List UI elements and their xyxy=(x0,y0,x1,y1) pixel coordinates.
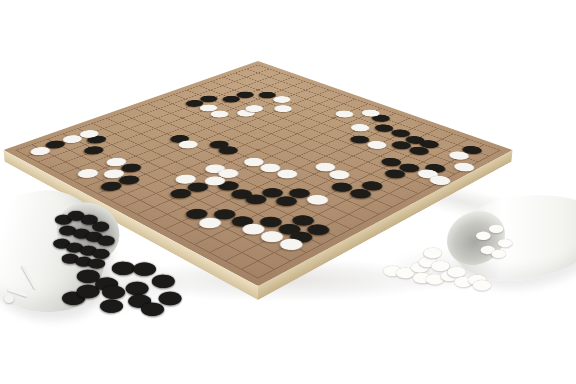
star-point xyxy=(255,227,262,230)
black-stone: ● xyxy=(304,221,335,236)
white-stone: ● xyxy=(258,228,289,243)
black-stone: ● xyxy=(407,145,434,156)
white-stone: ● xyxy=(327,168,355,180)
white-stone: ● xyxy=(105,155,132,167)
black-stone: ● xyxy=(383,167,411,179)
white-stone: ● xyxy=(274,167,302,179)
white-stone: ● xyxy=(216,167,244,179)
white-stone: ● xyxy=(202,174,230,187)
star-point xyxy=(341,185,347,188)
black-stone: ● xyxy=(119,161,147,173)
white-stone: ● xyxy=(415,167,443,179)
black-stone: ● xyxy=(99,179,128,192)
black-stone: ● xyxy=(257,214,288,229)
black-stone: ● xyxy=(243,192,272,206)
black-stone: ● xyxy=(259,186,288,199)
spilled-black-stone: ● xyxy=(157,288,183,305)
black-stone: ● xyxy=(183,206,213,220)
black-stone: ● xyxy=(289,213,320,228)
black-stone: ● xyxy=(287,228,318,243)
black-stone: ● xyxy=(275,221,306,236)
white-stone: ● xyxy=(173,172,201,185)
white-stone: ● xyxy=(277,236,309,252)
go-set-product-photo: ●●●●●●●●●●●●●●●●●●●●●●●●●●●●●●●●●●●●●●●●… xyxy=(0,0,576,384)
white-stone-in-bag: ● xyxy=(487,222,506,234)
black-stone: ● xyxy=(211,206,241,220)
black-stone: ● xyxy=(185,180,214,193)
white-stone: ● xyxy=(197,215,228,230)
black-stone: ● xyxy=(329,180,358,193)
black-stone: ● xyxy=(359,179,388,192)
white-stone: ● xyxy=(203,162,231,174)
bag-drawstring-knot xyxy=(4,294,14,303)
black-stone: ● xyxy=(273,194,303,208)
black-stone: ● xyxy=(168,186,197,199)
black-stone: ● xyxy=(117,173,145,186)
black-stone: ● xyxy=(286,186,315,199)
black-stone: ● xyxy=(216,179,245,192)
white-stone: ● xyxy=(242,155,269,167)
spilled-white-stone: ● xyxy=(472,277,493,291)
star-point xyxy=(169,185,175,188)
white-stone: ● xyxy=(447,149,474,161)
white-stone: ● xyxy=(76,167,104,179)
white-stone: ● xyxy=(258,161,286,173)
black-stone: ● xyxy=(397,161,425,173)
white-stone: ● xyxy=(313,161,341,173)
black-stone: ● xyxy=(229,187,258,200)
star-point xyxy=(255,149,261,151)
black-stone: ● xyxy=(347,186,376,199)
black-stone: ● xyxy=(423,162,451,174)
white-stone: ● xyxy=(240,221,271,236)
black-stone: ● xyxy=(379,155,406,167)
white-stone: ● xyxy=(304,192,333,206)
white-stone: ● xyxy=(102,167,130,179)
black-stone: ● xyxy=(229,213,260,228)
